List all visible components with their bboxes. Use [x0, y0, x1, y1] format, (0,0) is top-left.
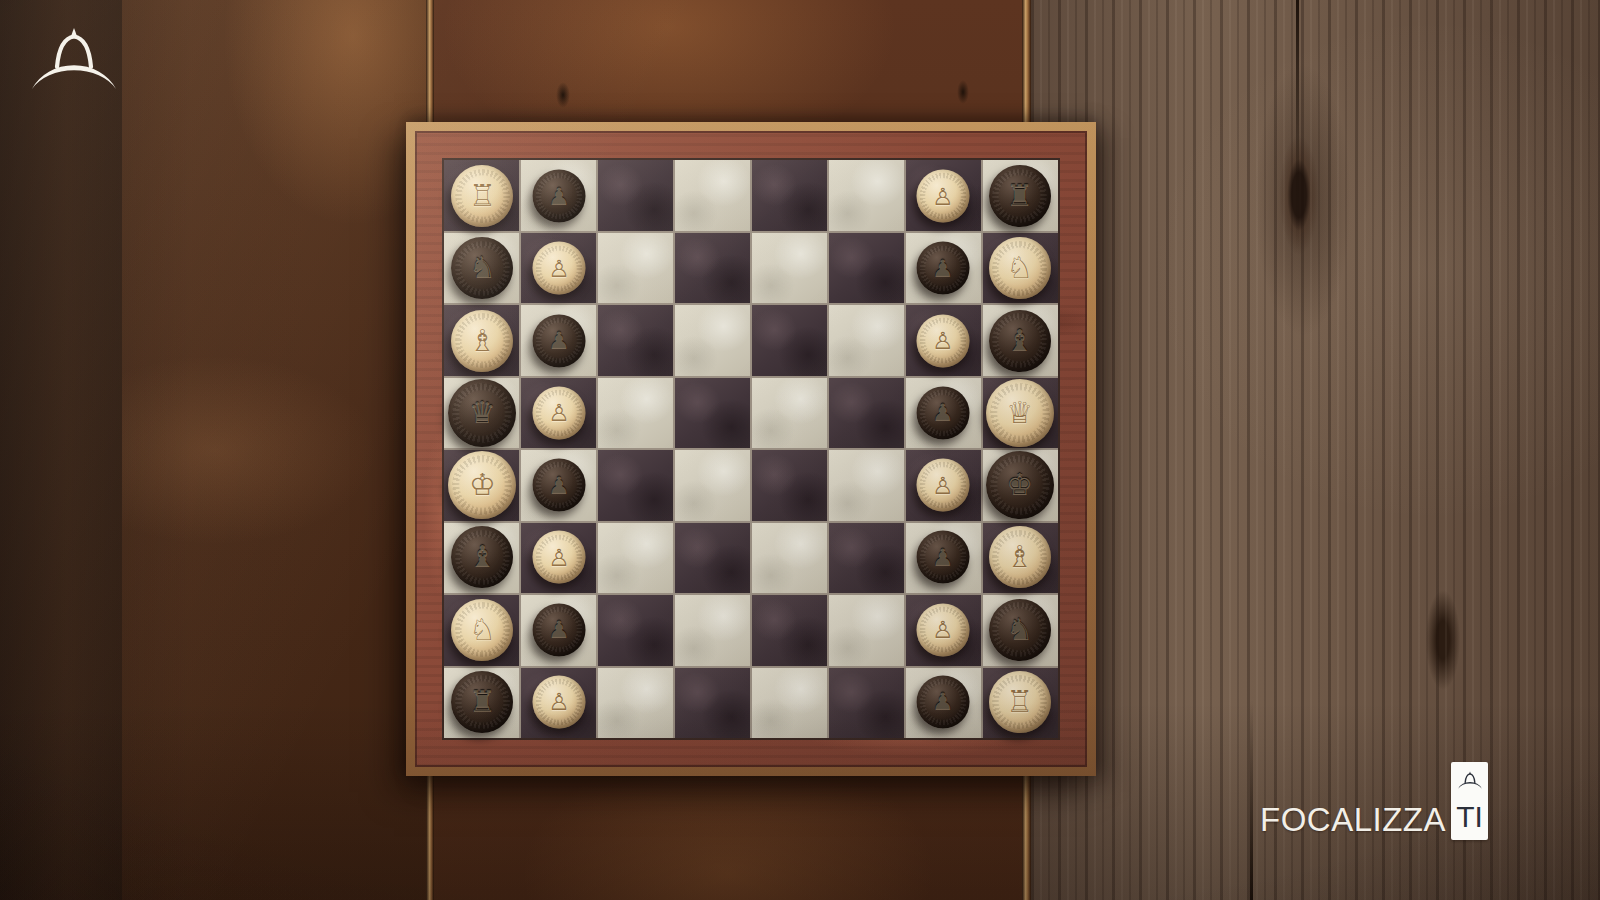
piece-white-pawn: ♙ [533, 386, 586, 439]
board-grid: ♖♞♗♛♔♝♘♜♟♙♟♙♟♙♟♙♙♟♙♟♙♟♙♟♜♘♝♕♚♗♞♖ [442, 158, 1060, 740]
white-pawn-glyph: ♙ [932, 473, 954, 497]
board-square [598, 160, 673, 231]
white-pawn-glyph: ♙ [548, 545, 570, 569]
board-square [829, 233, 904, 304]
brand-badge: TI [1451, 762, 1488, 840]
chess-board: ♖♞♗♛♔♝♘♜♟♙♟♙♟♙♟♙♙♟♙♟♙♟♙♟♜♘♝♕♚♗♞♖ [406, 122, 1096, 776]
white-pawn-glyph: ♙ [932, 184, 954, 208]
piece-black-queen: ♛ [448, 379, 516, 447]
piece-white-knight: ♘ [989, 237, 1051, 299]
black-knight-glyph: ♞ [1006, 615, 1033, 645]
piece-black-bishop: ♝ [451, 526, 513, 588]
piece-black-knight: ♞ [451, 237, 513, 299]
black-pawn-glyph: ♟ [932, 401, 954, 425]
wood-plank-far-left [0, 0, 122, 900]
white-bishop-glyph: ♗ [1006, 542, 1033, 572]
white-pawn-glyph: ♙ [932, 329, 954, 353]
board-square [752, 595, 827, 666]
board-square [598, 668, 673, 739]
wood-knot [957, 80, 969, 104]
piece-white-knight: ♘ [451, 599, 513, 661]
white-king-glyph: ♔ [469, 470, 496, 500]
piece-black-bishop: ♝ [989, 310, 1051, 372]
board-square [598, 523, 673, 594]
white-knight-glyph: ♘ [1006, 253, 1033, 283]
black-pawn-glyph: ♟ [932, 690, 954, 714]
board-square [829, 668, 904, 739]
board-square [752, 160, 827, 231]
piece-white-rook: ♖ [451, 165, 513, 227]
white-pawn-glyph: ♙ [932, 618, 954, 642]
piece-black-pawn: ♟ [533, 170, 586, 223]
piece-black-rook: ♜ [989, 165, 1051, 227]
wood-knot [556, 82, 570, 108]
board-square [675, 233, 750, 304]
board-square [598, 305, 673, 376]
white-pawn-glyph: ♙ [548, 256, 570, 280]
black-bishop-glyph: ♝ [469, 542, 496, 572]
black-rook-glyph: ♜ [469, 687, 496, 717]
board-square [675, 450, 750, 521]
piece-black-king: ♚ [986, 451, 1054, 519]
dome-logo-icon [28, 26, 120, 94]
black-king-glyph: ♚ [1006, 470, 1033, 500]
board-square [675, 595, 750, 666]
wood-crack [1250, 700, 1253, 900]
board-red-marble-border: ♖♞♗♛♔♝♘♜♟♙♟♙♟♙♟♙♙♟♙♟♙♟♙♟♜♘♝♕♚♗♞♖ [415, 131, 1087, 767]
brand-wordmark: FOCALIZZA [1260, 803, 1446, 836]
piece-white-pawn: ♙ [916, 314, 969, 367]
piece-black-pawn: ♟ [916, 675, 969, 728]
board-square [598, 378, 673, 449]
piece-black-pawn: ♟ [533, 314, 586, 367]
white-pawn-glyph: ♙ [548, 690, 570, 714]
board-square [675, 160, 750, 231]
piece-white-pawn: ♙ [916, 603, 969, 656]
piece-black-pawn: ♟ [916, 242, 969, 295]
piece-white-queen: ♕ [986, 379, 1054, 447]
black-bishop-glyph: ♝ [1006, 326, 1033, 356]
white-rook-glyph: ♖ [1006, 687, 1033, 717]
board-square [829, 595, 904, 666]
board-square [829, 450, 904, 521]
piece-black-pawn: ♟ [916, 386, 969, 439]
white-pawn-glyph: ♙ [548, 401, 570, 425]
board-square [829, 160, 904, 231]
board-square [675, 378, 750, 449]
piece-black-rook: ♜ [451, 671, 513, 733]
piece-white-bishop: ♗ [989, 526, 1051, 588]
board-square [675, 668, 750, 739]
badge-dome-icon [1457, 769, 1483, 791]
piece-white-pawn: ♙ [533, 675, 586, 728]
board-square [598, 595, 673, 666]
black-pawn-glyph: ♟ [548, 618, 570, 642]
piece-white-pawn: ♙ [533, 242, 586, 295]
wood-crack [1296, 0, 1299, 250]
board-square [829, 305, 904, 376]
piece-black-pawn: ♟ [916, 531, 969, 584]
wood-plank-left [122, 0, 430, 900]
board-square [752, 378, 827, 449]
board-square [752, 233, 827, 304]
board-square [829, 378, 904, 449]
board-square [598, 450, 673, 521]
piece-white-king: ♔ [448, 451, 516, 519]
brand-badge-text: TI [1456, 802, 1483, 832]
brand-lockup: FOCALIZZA TI [1260, 760, 1488, 840]
board-square [752, 668, 827, 739]
black-pawn-glyph: ♟ [548, 329, 570, 353]
black-pawn-glyph: ♟ [548, 473, 570, 497]
black-rook-glyph: ♜ [1006, 181, 1033, 211]
piece-white-bishop: ♗ [451, 310, 513, 372]
piece-black-pawn: ♟ [533, 603, 586, 656]
white-bishop-glyph: ♗ [469, 326, 496, 356]
piece-black-pawn: ♟ [533, 459, 586, 512]
black-pawn-glyph: ♟ [548, 184, 570, 208]
piece-white-pawn: ♙ [533, 531, 586, 584]
black-pawn-glyph: ♟ [932, 256, 954, 280]
board-square [752, 450, 827, 521]
board-square [675, 305, 750, 376]
board-square [598, 233, 673, 304]
board-square [752, 305, 827, 376]
piece-white-pawn: ♙ [916, 170, 969, 223]
white-knight-glyph: ♘ [469, 615, 496, 645]
board-square [829, 523, 904, 594]
piece-white-pawn: ♙ [916, 459, 969, 512]
black-pawn-glyph: ♟ [932, 545, 954, 569]
white-rook-glyph: ♖ [469, 181, 496, 211]
white-queen-glyph: ♕ [1006, 398, 1033, 428]
board-square [675, 523, 750, 594]
piece-white-rook: ♖ [989, 671, 1051, 733]
piece-black-knight: ♞ [989, 599, 1051, 661]
black-knight-glyph: ♞ [469, 253, 496, 283]
board-square [752, 523, 827, 594]
black-queen-glyph: ♛ [469, 398, 496, 428]
